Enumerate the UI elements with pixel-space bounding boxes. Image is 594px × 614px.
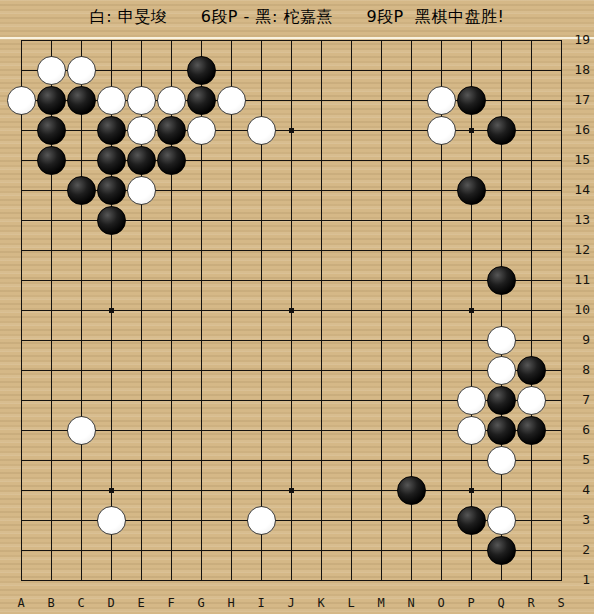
black-stone xyxy=(187,86,216,115)
go-board[interactable]: ABCDEFGHIJKLMNOPQRS191817161514131211109… xyxy=(0,0,594,614)
column-label: L xyxy=(340,596,362,610)
column-label: S xyxy=(550,596,572,610)
grid-line-horizontal xyxy=(21,460,562,461)
black-stone xyxy=(67,176,96,205)
column-label: A xyxy=(10,596,32,610)
white-stone xyxy=(127,86,156,115)
white-stone xyxy=(37,56,66,85)
column-label: F xyxy=(160,596,182,610)
white-stone xyxy=(247,116,276,145)
black-stone xyxy=(157,116,186,145)
black-stone xyxy=(457,506,486,535)
grid-line-horizontal xyxy=(21,370,562,371)
white-stone xyxy=(97,86,126,115)
row-label: 15 xyxy=(560,152,590,167)
column-label: E xyxy=(130,596,152,610)
column-label: G xyxy=(190,596,212,610)
black-stone xyxy=(67,86,96,115)
row-label: 13 xyxy=(560,212,590,227)
black-stone xyxy=(37,146,66,175)
star-point xyxy=(109,488,114,493)
column-label: D xyxy=(100,596,122,610)
black-stone xyxy=(37,86,66,115)
grid-line-vertical xyxy=(531,40,532,581)
white-stone xyxy=(517,386,546,415)
star-point xyxy=(289,128,294,133)
grid-line-vertical xyxy=(321,40,322,581)
white-stone xyxy=(487,326,516,355)
row-label: 8 xyxy=(560,362,590,377)
grid-line-horizontal xyxy=(21,340,562,341)
column-label: I xyxy=(250,596,272,610)
row-label: 6 xyxy=(560,422,590,437)
row-label: 18 xyxy=(560,62,590,77)
white-stone xyxy=(97,506,126,535)
grid-line-horizontal xyxy=(21,550,562,551)
black-stone xyxy=(37,116,66,145)
column-label: K xyxy=(310,596,332,610)
white-stone xyxy=(127,116,156,145)
row-label: 12 xyxy=(560,242,590,257)
black-stone xyxy=(97,206,126,235)
row-label: 3 xyxy=(560,512,590,527)
black-stone xyxy=(127,146,156,175)
row-label: 9 xyxy=(560,332,590,347)
row-label: 14 xyxy=(560,182,590,197)
row-label: 4 xyxy=(560,482,590,497)
row-label: 1 xyxy=(560,572,590,587)
white-stone xyxy=(7,86,36,115)
black-stone xyxy=(457,176,486,205)
star-point xyxy=(109,308,114,313)
black-stone xyxy=(517,356,546,385)
column-label: O xyxy=(430,596,452,610)
grid-line-vertical xyxy=(351,40,352,581)
column-label: J xyxy=(280,596,302,610)
white-stone xyxy=(67,416,96,445)
column-label: M xyxy=(370,596,392,610)
row-label: 2 xyxy=(560,542,590,557)
white-stone xyxy=(157,86,186,115)
row-label: 16 xyxy=(560,122,590,137)
white-stone xyxy=(457,416,486,445)
star-point xyxy=(469,308,474,313)
black-stone xyxy=(487,266,516,295)
white-stone xyxy=(487,446,516,475)
row-label: 19 xyxy=(560,32,590,47)
white-stone xyxy=(427,116,456,145)
column-label: N xyxy=(400,596,422,610)
column-label: B xyxy=(40,596,62,610)
star-point xyxy=(289,308,294,313)
black-stone xyxy=(457,86,486,115)
black-stone xyxy=(397,476,426,505)
black-stone xyxy=(187,56,216,85)
black-stone xyxy=(97,116,126,145)
grid-line-vertical xyxy=(381,40,382,581)
white-stone xyxy=(487,506,516,535)
black-stone xyxy=(487,536,516,565)
white-stone xyxy=(247,506,276,535)
star-point xyxy=(289,488,294,493)
star-point xyxy=(469,488,474,493)
row-label: 7 xyxy=(560,392,590,407)
black-stone xyxy=(517,416,546,445)
black-stone xyxy=(487,386,516,415)
white-stone xyxy=(217,86,246,115)
white-stone xyxy=(127,176,156,205)
black-stone xyxy=(157,146,186,175)
row-label: 17 xyxy=(560,92,590,107)
black-stone xyxy=(487,116,516,145)
star-point xyxy=(469,128,474,133)
row-label: 10 xyxy=(560,302,590,317)
black-stone xyxy=(97,176,126,205)
white-stone xyxy=(187,116,216,145)
row-label: 11 xyxy=(560,272,590,287)
black-stone xyxy=(97,146,126,175)
white-stone xyxy=(427,86,456,115)
black-stone xyxy=(487,416,516,445)
grid-line-horizontal xyxy=(21,580,562,581)
row-label: 5 xyxy=(560,452,590,467)
white-stone xyxy=(457,386,486,415)
white-stone xyxy=(67,56,96,85)
column-label: C xyxy=(70,596,92,610)
column-label: P xyxy=(460,596,482,610)
white-stone xyxy=(487,356,516,385)
column-label: H xyxy=(220,596,242,610)
column-label: Q xyxy=(490,596,512,610)
column-label: R xyxy=(520,596,542,610)
